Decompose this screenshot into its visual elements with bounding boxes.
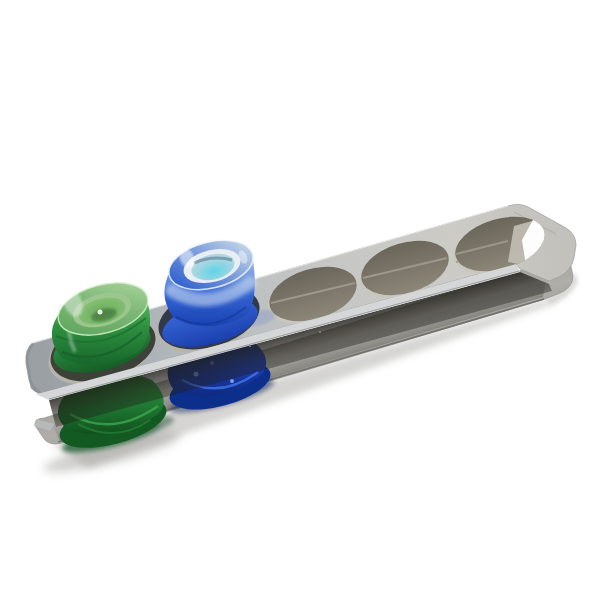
product-photo [0,0,600,600]
photo-canvas [0,0,600,600]
green-cavity-glint [98,310,103,315]
blue-skirt-glint [230,379,234,383]
